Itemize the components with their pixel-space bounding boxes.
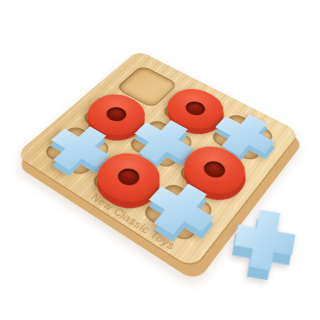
piece-hole [103,104,131,124]
product-photo-stage: New Classic Toys [0,0,320,320]
piece-hole [200,158,229,181]
piece-hole [114,165,144,189]
piece-hole [182,99,209,118]
off-board-piece-x[interactable] [231,206,298,273]
